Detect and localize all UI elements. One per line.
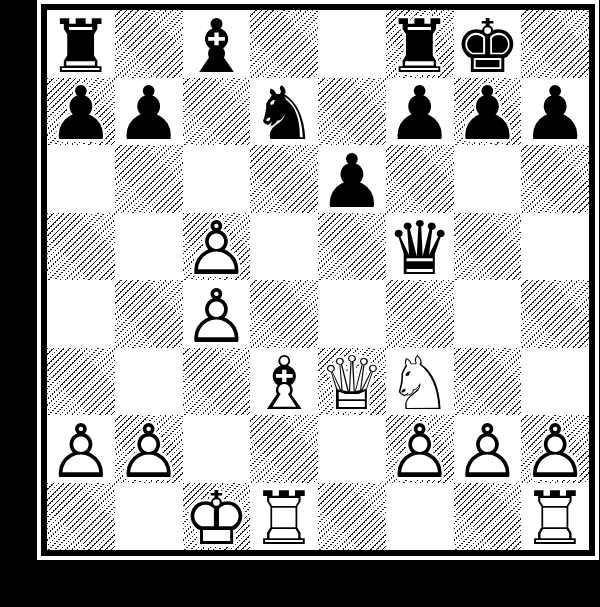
square-e6[interactable]: ♟	[318, 145, 386, 213]
square-f7[interactable]: ♟	[386, 78, 454, 146]
white-pawn: ♙	[115, 417, 183, 485]
square-e2[interactable]	[318, 415, 386, 483]
white-rook-fill: ♜	[521, 485, 589, 553]
square-f2[interactable]: ♟♙	[386, 415, 454, 483]
black-pawn: ♟	[318, 147, 386, 215]
square-g1[interactable]	[454, 483, 522, 551]
square-c5[interactable]: ♟♙	[183, 213, 251, 281]
square-f5[interactable]: ♛	[386, 213, 454, 281]
square-a3[interactable]	[47, 348, 115, 416]
square-f3[interactable]: ♞♘	[386, 348, 454, 416]
white-pawn: ♙	[454, 417, 522, 485]
square-a7[interactable]: ♟	[47, 78, 115, 146]
chess-board: ♜♝♜♚♟♟♞♟♟♟♟♟♙♛♟♙♝♗♛♕♞♘♟♙♟♙♟♙♟♙♟♙♚♔♜♖♜♖	[47, 10, 589, 550]
white-king-fill: ♚	[183, 485, 251, 553]
square-b2[interactable]: ♟♙	[115, 415, 183, 483]
white-king: ♔	[183, 485, 251, 553]
square-g8[interactable]: ♚	[454, 10, 522, 78]
square-b1[interactable]	[115, 483, 183, 551]
square-c1[interactable]: ♚♔	[183, 483, 251, 551]
square-d5[interactable]	[250, 213, 318, 281]
square-c6[interactable]	[183, 145, 251, 213]
white-pawn-fill: ♟	[183, 215, 251, 283]
black-king: ♚	[454, 12, 522, 80]
square-e1[interactable]	[318, 483, 386, 551]
square-e8[interactable]	[318, 10, 386, 78]
square-e5[interactable]	[318, 213, 386, 281]
square-b4[interactable]	[115, 280, 183, 348]
square-g3[interactable]	[454, 348, 522, 416]
square-a1[interactable]	[47, 483, 115, 551]
white-pawn-fill: ♟	[521, 417, 589, 485]
white-pawn-fill: ♟	[47, 417, 115, 485]
white-pawn: ♙	[521, 417, 589, 485]
black-pawn: ♟	[47, 80, 115, 148]
square-h5[interactable]	[521, 213, 589, 281]
square-f4[interactable]	[386, 280, 454, 348]
square-b6[interactable]	[115, 145, 183, 213]
square-g4[interactable]	[454, 280, 522, 348]
black-rook: ♜	[47, 12, 115, 80]
board-frame: ♜♝♜♚♟♟♞♟♟♟♟♟♙♛♟♙♝♗♛♕♞♘♟♙♟♙♟♙♟♙♟♙♚♔♜♖♜♖	[41, 4, 595, 556]
square-h6[interactable]	[521, 145, 589, 213]
square-a5[interactable]	[47, 213, 115, 281]
square-b7[interactable]: ♟	[115, 78, 183, 146]
square-f6[interactable]	[386, 145, 454, 213]
white-rook: ♖	[521, 485, 589, 553]
white-knight-fill: ♞	[386, 350, 454, 418]
black-pawn: ♟	[454, 80, 522, 148]
square-h8[interactable]	[521, 10, 589, 78]
white-pawn-fill: ♟	[386, 417, 454, 485]
square-d6[interactable]	[250, 145, 318, 213]
square-g2[interactable]: ♟♙	[454, 415, 522, 483]
white-rook-fill: ♜	[250, 485, 318, 553]
square-b8[interactable]	[115, 10, 183, 78]
square-g7[interactable]: ♟	[454, 78, 522, 146]
square-g5[interactable]	[454, 213, 522, 281]
square-c8[interactable]: ♝	[183, 10, 251, 78]
square-b5[interactable]	[115, 213, 183, 281]
square-d4[interactable]	[250, 280, 318, 348]
white-pawn: ♙	[386, 417, 454, 485]
square-f1[interactable]	[386, 483, 454, 551]
square-c7[interactable]	[183, 78, 251, 146]
white-pawn: ♙	[183, 215, 251, 283]
white-pawn: ♙	[47, 417, 115, 485]
black-pawn: ♟	[521, 80, 589, 148]
white-pawn-fill: ♟	[115, 417, 183, 485]
black-queen: ♛	[386, 215, 454, 283]
white-pawn: ♙	[183, 282, 251, 350]
white-knight: ♘	[386, 350, 454, 418]
square-e3[interactable]: ♛♕	[318, 348, 386, 416]
square-a2[interactable]: ♟♙	[47, 415, 115, 483]
white-queen-fill: ♛	[318, 350, 386, 418]
square-d3[interactable]: ♝♗	[250, 348, 318, 416]
square-f8[interactable]: ♜	[386, 10, 454, 78]
black-pawn: ♟	[115, 80, 183, 148]
white-pawn-fill: ♟	[454, 417, 522, 485]
chess-diagram: ♜♝♜♚♟♟♞♟♟♟♟♟♙♛♟♙♝♗♛♕♞♘♟♙♟♙♟♙♟♙♟♙♚♔♜♖♜♖	[37, 0, 599, 560]
white-bishop-fill: ♝	[250, 350, 318, 418]
square-d1[interactable]: ♜♖	[250, 483, 318, 551]
square-a4[interactable]	[47, 280, 115, 348]
square-g6[interactable]	[454, 145, 522, 213]
square-b3[interactable]	[115, 348, 183, 416]
square-a8[interactable]: ♜	[47, 10, 115, 78]
black-knight: ♞	[250, 80, 318, 148]
square-c4[interactable]: ♟♙	[183, 280, 251, 348]
square-c3[interactable]	[183, 348, 251, 416]
square-e7[interactable]	[318, 78, 386, 146]
square-h1[interactable]: ♜♖	[521, 483, 589, 551]
white-rook: ♖	[250, 485, 318, 553]
square-a6[interactable]	[47, 145, 115, 213]
square-h4[interactable]	[521, 280, 589, 348]
white-pawn-fill: ♟	[183, 282, 251, 350]
square-d7[interactable]: ♞	[250, 78, 318, 146]
black-pawn: ♟	[386, 80, 454, 148]
square-h3[interactable]	[521, 348, 589, 416]
square-h2[interactable]: ♟♙	[521, 415, 589, 483]
square-d2[interactable]	[250, 415, 318, 483]
square-d8[interactable]	[250, 10, 318, 78]
square-c2[interactable]	[183, 415, 251, 483]
square-h7[interactable]: ♟	[521, 78, 589, 146]
square-e4[interactable]	[318, 280, 386, 348]
white-bishop: ♗	[250, 350, 318, 418]
black-bishop: ♝	[183, 12, 251, 80]
white-queen: ♕	[318, 350, 386, 418]
black-rook: ♜	[386, 12, 454, 80]
